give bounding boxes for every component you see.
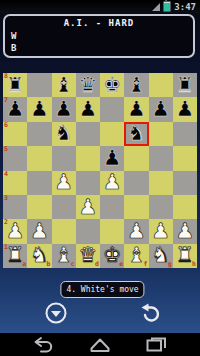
square-a8[interactable]: 8♜ [3, 73, 27, 97]
square-e2[interactable] [100, 219, 124, 243]
square-b6[interactable] [27, 122, 51, 146]
square-c4[interactable]: ♟ [52, 171, 76, 195]
black-pawn[interactable]: ♟ [124, 97, 148, 121]
square-b7[interactable]: ♟ [27, 97, 51, 121]
white-pawn[interactable]: ♟ [76, 195, 100, 219]
square-e1[interactable]: e♚ [100, 244, 124, 268]
black-knight[interactable]: ♞ [52, 122, 76, 146]
square-d6[interactable] [76, 122, 100, 146]
square-f2[interactable]: ♟ [124, 219, 148, 243]
clock-text: 3:47 [174, 2, 196, 12]
white-pawn[interactable]: ♟ [100, 171, 124, 195]
square-d5[interactable] [76, 146, 100, 170]
black-rook[interactable]: ♜ [173, 73, 197, 97]
square-c2[interactable] [52, 219, 76, 243]
square-h4[interactable] [173, 171, 197, 195]
square-h7[interactable]: ♟ [173, 97, 197, 121]
white-pawn[interactable]: ♟ [149, 219, 173, 243]
game-info-panel: A.I. - HARD W B [3, 14, 195, 58]
square-f8[interactable]: ♝ [124, 73, 148, 97]
square-g8[interactable] [149, 73, 173, 97]
black-pawn[interactable]: ♟ [3, 97, 27, 121]
square-b2[interactable]: ♟ [27, 219, 51, 243]
square-h5[interactable] [173, 146, 197, 170]
black-bishop[interactable]: ♝ [124, 73, 148, 97]
down-arrow-button[interactable] [44, 301, 68, 325]
white-player-label: W [11, 31, 16, 41]
back-icon [32, 336, 56, 353]
square-a3[interactable]: 3 [3, 195, 27, 219]
black-player-label: B [11, 43, 16, 53]
square-a2[interactable]: 2♟ [3, 219, 27, 243]
rank-label-4: 4 [4, 171, 8, 178]
square-e7[interactable] [100, 97, 124, 121]
square-a5[interactable]: 5 [3, 146, 27, 170]
rank-label-3: 3 [4, 195, 8, 202]
square-d2[interactable] [76, 219, 100, 243]
black-bishop[interactable]: ♝ [52, 73, 76, 97]
square-h1[interactable]: h♜ [173, 244, 197, 268]
square-b3[interactable] [27, 195, 51, 219]
white-rook[interactable]: ♜ [3, 244, 27, 268]
home-button[interactable] [88, 336, 112, 353]
rank-label-6: 6 [4, 122, 8, 129]
home-icon [88, 336, 112, 353]
chess-board: 8♜♝♛♚♝♜7♟♟♟♟♟♟♟6♞♞5♟4♟♟3♟2♟♟♟♟♟1a♜b♞c♝d♛… [3, 73, 197, 268]
square-e6[interactable] [100, 122, 124, 146]
square-c6[interactable]: ♞ [52, 122, 76, 146]
black-pawn[interactable]: ♟ [149, 97, 173, 121]
square-e8[interactable]: ♚ [100, 73, 124, 97]
black-king[interactable]: ♚ [100, 73, 124, 97]
white-knight[interactable]: ♞ [149, 244, 173, 268]
square-g7[interactable]: ♟ [149, 97, 173, 121]
white-pawn[interactable]: ♟ [27, 219, 51, 243]
square-g3[interactable] [149, 195, 173, 219]
square-g2[interactable]: ♟ [149, 219, 173, 243]
game-mode-title: A.I. - HARD [5, 18, 193, 28]
black-pawn[interactable]: ♟ [52, 97, 76, 121]
rank-label-5: 5 [4, 146, 8, 153]
white-bishop[interactable]: ♝ [124, 244, 148, 268]
recents-icon [144, 336, 168, 353]
square-c3[interactable] [52, 195, 76, 219]
recents-button[interactable] [144, 336, 168, 353]
android-status-bar: 3:47 [0, 0, 200, 13]
phone-screen: 3:47 A.I. - HARD W B 8♜♝♛♚♝♜7♟♟♟♟♟♟♟6♞♞5… [0, 0, 200, 356]
battery-icon [163, 1, 171, 12]
square-h8[interactable]: ♜ [173, 73, 197, 97]
white-pawn[interactable]: ♟ [173, 219, 197, 243]
android-nav-bar [0, 333, 200, 356]
signal-icon [152, 3, 160, 11]
square-d1[interactable]: d♛ [76, 244, 100, 268]
black-pawn[interactable]: ♟ [27, 97, 51, 121]
white-knight[interactable]: ♞ [27, 244, 51, 268]
square-f3[interactable] [124, 195, 148, 219]
square-d8[interactable]: ♛ [76, 73, 100, 97]
square-b1[interactable]: b♞ [27, 244, 51, 268]
square-d4[interactable] [76, 171, 100, 195]
square-b5[interactable] [27, 146, 51, 170]
square-e3[interactable] [100, 195, 124, 219]
square-f5[interactable] [124, 146, 148, 170]
white-pawn[interactable]: ♟ [3, 219, 27, 243]
back-button[interactable] [32, 336, 56, 353]
square-f6[interactable]: ♞ [124, 122, 148, 146]
square-c7[interactable]: ♟ [52, 97, 76, 121]
square-f1[interactable]: f♝ [124, 244, 148, 268]
black-knight[interactable]: ♞ [124, 122, 148, 146]
white-pawn[interactable]: ♟ [124, 219, 148, 243]
black-queen[interactable]: ♛ [76, 73, 100, 97]
black-pawn[interactable]: ♟ [173, 97, 197, 121]
square-g4[interactable] [149, 171, 173, 195]
square-f4[interactable] [124, 171, 148, 195]
square-d7[interactable]: ♟ [76, 97, 100, 121]
black-pawn[interactable]: ♟ [76, 97, 100, 121]
undo-button[interactable] [139, 301, 163, 325]
white-bishop[interactable]: ♝ [52, 244, 76, 268]
square-c1[interactable]: c♝ [52, 244, 76, 268]
square-c5[interactable] [52, 146, 76, 170]
square-g1[interactable]: g♞ [149, 244, 173, 268]
square-b4[interactable] [27, 171, 51, 195]
white-queen[interactable]: ♛ [76, 244, 100, 268]
square-f7[interactable]: ♟ [124, 97, 148, 121]
square-a1[interactable]: 1a♜ [3, 244, 27, 268]
square-c8[interactable]: ♝ [52, 73, 76, 97]
white-rook[interactable]: ♜ [173, 244, 197, 268]
square-d3[interactable]: ♟ [76, 195, 100, 219]
undo-icon [139, 301, 163, 325]
black-rook[interactable]: ♜ [3, 73, 27, 97]
square-a4[interactable]: 4 [3, 171, 27, 195]
square-b8[interactable] [27, 73, 51, 97]
square-a6[interactable]: 6 [3, 122, 27, 146]
square-e5[interactable]: ♟ [100, 146, 124, 170]
square-a7[interactable]: 7♟ [3, 97, 27, 121]
square-h2[interactable]: ♟ [173, 219, 197, 243]
move-status-box: 4. White's move [60, 281, 144, 298]
square-h3[interactable] [173, 195, 197, 219]
square-e4[interactable]: ♟ [100, 171, 124, 195]
square-g5[interactable] [149, 146, 173, 170]
down-arrow-circle-icon [44, 301, 68, 325]
white-pawn[interactable]: ♟ [52, 171, 76, 195]
square-g6[interactable] [149, 122, 173, 146]
white-king[interactable]: ♚ [100, 244, 124, 268]
black-pawn[interactable]: ♟ [100, 146, 124, 170]
square-h6[interactable] [173, 122, 197, 146]
